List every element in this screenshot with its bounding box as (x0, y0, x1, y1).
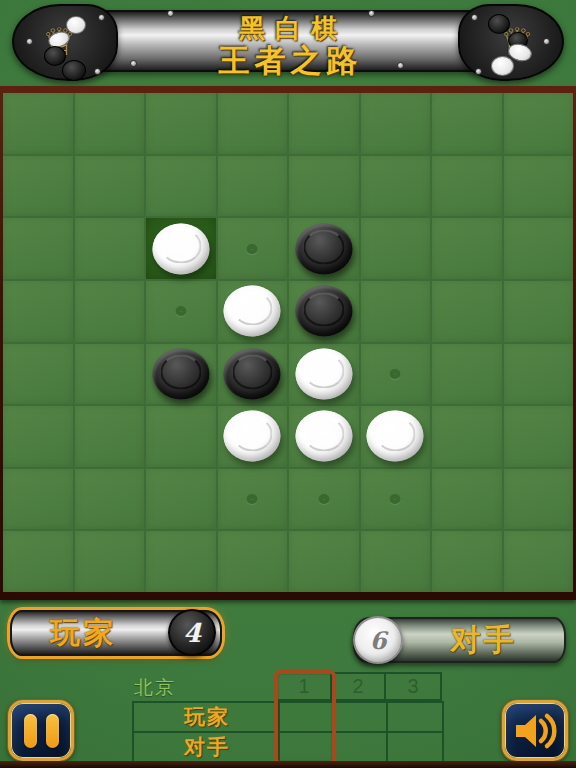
white-disc: ○ (367, 411, 424, 462)
board-cell[interactable] (146, 281, 216, 342)
board-cell[interactable] (75, 156, 145, 217)
board-cell[interactable] (75, 93, 145, 154)
white-disc: ○ (224, 411, 281, 462)
board-cell[interactable]: ○ (218, 406, 288, 467)
player-black-disc-count: 4 (168, 609, 216, 656)
pause-button[interactable] (8, 700, 74, 761)
board-cell[interactable] (289, 469, 359, 530)
score-cell (332, 733, 388, 761)
board-cell[interactable] (432, 281, 502, 342)
round-header-cell: 3 (384, 672, 442, 701)
board-cell[interactable] (146, 469, 216, 530)
othello-app: ♕ ♕ 黑白棋 王者之路 ○●○●●●○○○○ (0, 0, 576, 768)
match-scoreboard: 北京 123 玩家对手 (132, 670, 444, 765)
sound-button[interactable] (502, 700, 568, 761)
location-label: 北京 (134, 675, 176, 701)
board-cell[interactable] (3, 469, 73, 530)
legal-move-hint[interactable] (390, 369, 401, 379)
legal-move-hint[interactable] (390, 494, 401, 504)
board-cell[interactable] (3, 281, 73, 342)
board-cell[interactable] (504, 93, 574, 154)
player-score-bar: 玩家 4 (10, 610, 222, 656)
white-disc: ○ (152, 223, 209, 274)
board-cell[interactable] (218, 93, 288, 154)
current-round-highlight (274, 670, 336, 765)
board-cell[interactable] (146, 156, 216, 217)
legal-move-hint[interactable] (318, 494, 329, 504)
legal-move-hint[interactable] (247, 244, 258, 254)
round-header-cell: 2 (330, 672, 386, 701)
board-cell[interactable] (218, 218, 288, 279)
board-cell[interactable]: ○ (218, 281, 288, 342)
score-cell (332, 703, 388, 731)
board-cell[interactable] (289, 531, 359, 592)
black-disc: ● (295, 286, 352, 337)
board-cell[interactable] (218, 156, 288, 217)
board-cell[interactable] (361, 218, 431, 279)
board-cell[interactable] (361, 93, 431, 154)
black-disc: ● (295, 223, 352, 274)
board-cell[interactable] (3, 531, 73, 592)
board-cell[interactable] (361, 344, 431, 405)
board-cell[interactable] (504, 344, 574, 405)
board-cell[interactable] (504, 531, 574, 592)
player-label: 玩家 (12, 613, 154, 654)
black-disc: ● (224, 348, 281, 399)
board-cell[interactable] (75, 344, 145, 405)
board-cell[interactable] (75, 531, 145, 592)
board-cell[interactable] (3, 218, 73, 279)
board-cell[interactable]: ○ (289, 344, 359, 405)
board-cell[interactable] (146, 531, 216, 592)
board-cell[interactable]: ● (218, 344, 288, 405)
white-disc: ○ (295, 411, 352, 462)
app-subtitle: 王者之路 (12, 40, 564, 82)
board-cell[interactable] (361, 469, 431, 530)
pause-icon (24, 714, 37, 748)
title-banner: ♕ ♕ 黑白棋 王者之路 (12, 2, 564, 82)
white-disc: ○ (295, 348, 352, 399)
board-cell[interactable] (146, 406, 216, 467)
board-cell[interactable]: ○ (289, 406, 359, 467)
speaker-icon (512, 712, 558, 750)
board-cell[interactable]: ○ (361, 406, 431, 467)
board-cell[interactable] (75, 406, 145, 467)
legal-move-hint[interactable] (247, 494, 258, 504)
board-cell[interactable] (432, 469, 502, 530)
board-frame: ○●○●●●○○○○ (0, 86, 576, 600)
board-cell[interactable] (146, 93, 216, 154)
board-cell[interactable] (3, 406, 73, 467)
opponent-score-bar: 6 对手 (353, 617, 566, 663)
board-cell[interactable] (504, 281, 574, 342)
board-cell[interactable]: ● (146, 344, 216, 405)
board-cell[interactable] (361, 281, 431, 342)
white-disc: ○ (224, 286, 281, 337)
board-cell[interactable] (3, 93, 73, 154)
board-cell[interactable] (75, 281, 145, 342)
bottom-edge-shadow (0, 761, 576, 768)
board-cell[interactable] (432, 344, 502, 405)
board-cell[interactable] (432, 93, 502, 154)
board-cell[interactable] (3, 344, 73, 405)
board-cell[interactable] (432, 156, 502, 217)
score-cell (386, 733, 444, 761)
board-cell[interactable]: ○ (146, 218, 216, 279)
board-cell[interactable]: ● (289, 281, 359, 342)
board-cell[interactable] (432, 218, 502, 279)
score-cell (386, 703, 444, 731)
scoreboard-row-label: 对手 (134, 733, 280, 761)
board-cell[interactable] (75, 218, 145, 279)
board-cell[interactable] (289, 156, 359, 217)
opponent-white-disc-count: 6 (353, 616, 403, 664)
board-cell[interactable] (504, 218, 574, 279)
black-disc: ● (152, 348, 209, 399)
board-cell[interactable] (504, 406, 574, 467)
scoreboard-row-label: 玩家 (134, 703, 280, 731)
board-cell[interactable] (218, 469, 288, 530)
board-cell[interactable] (218, 531, 288, 592)
board-cell[interactable] (432, 531, 502, 592)
legal-move-hint[interactable] (175, 306, 186, 316)
board-cell[interactable] (289, 93, 359, 154)
pause-icon (46, 714, 59, 748)
board-cell[interactable] (75, 469, 145, 530)
board-cell[interactable] (3, 156, 73, 217)
board-cell[interactable] (361, 156, 431, 217)
board-cell[interactable] (504, 469, 574, 530)
board-cell[interactable] (361, 531, 431, 592)
board: ○●○●●●○○○○ (3, 93, 573, 592)
board-cell[interactable] (504, 156, 574, 217)
board-cell[interactable] (432, 406, 502, 467)
board-cell[interactable]: ● (289, 218, 359, 279)
opponent-label: 对手 (411, 620, 556, 661)
